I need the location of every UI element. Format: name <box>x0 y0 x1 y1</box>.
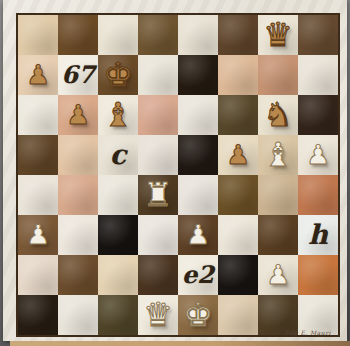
square-a6[interactable] <box>18 95 58 135</box>
square-d7[interactable] <box>138 55 178 95</box>
white-pawn[interactable]: ♟ <box>306 135 330 175</box>
wood-king[interactable]: ♚ <box>103 55 133 95</box>
wood-pawn[interactable]: ♟ <box>226 135 250 175</box>
square-d2[interactable] <box>138 255 178 295</box>
square-g3[interactable] <box>258 215 298 255</box>
square-f8[interactable] <box>218 15 258 55</box>
chess-painting: ♛♟67♚♟♝♞c♟♝♟♜♟♟he2♟♛♚ Fily E. Mauri <box>3 0 347 341</box>
square-a3[interactable]: ♟ <box>18 215 58 255</box>
square-a2[interactable] <box>18 255 58 295</box>
square-c4[interactable] <box>98 175 138 215</box>
square-f2[interactable] <box>218 255 258 295</box>
square-f1[interactable] <box>218 295 258 335</box>
artist-signature: Fily E. Mauri <box>285 329 331 336</box>
board: ♛♟67♚♟♝♞c♟♝♟♜♟♟he2♟♛♚ <box>16 13 340 337</box>
square-h6[interactable] <box>298 95 338 135</box>
wood-bishop[interactable]: ♝ <box>103 95 133 135</box>
square-b4[interactable] <box>58 175 98 215</box>
square-g7[interactable] <box>258 55 298 95</box>
square-c7[interactable]: ♚ <box>98 55 138 95</box>
white-pawn[interactable]: ♟ <box>186 215 210 255</box>
square-g2[interactable]: ♟ <box>258 255 298 295</box>
square-a1[interactable] <box>18 295 58 335</box>
square-b2[interactable] <box>58 255 98 295</box>
square-e2[interactable]: e2 <box>178 255 218 295</box>
square-g6[interactable]: ♞ <box>258 95 298 135</box>
white-king[interactable]: ♚ <box>183 295 213 335</box>
square-e1[interactable]: ♚ <box>178 295 218 335</box>
square-e6[interactable] <box>178 95 218 135</box>
square-h5[interactable]: ♟ <box>298 135 338 175</box>
square-e4[interactable] <box>178 175 218 215</box>
inscription-e2: e2 <box>182 255 214 295</box>
square-f4[interactable] <box>218 175 258 215</box>
square-a5[interactable] <box>18 135 58 175</box>
square-h2[interactable] <box>298 255 338 295</box>
square-b8[interactable] <box>58 15 98 55</box>
square-a4[interactable] <box>18 175 58 215</box>
square-g5[interactable]: ♝ <box>258 135 298 175</box>
square-d8[interactable] <box>138 15 178 55</box>
square-d6[interactable] <box>138 95 178 135</box>
square-b3[interactable] <box>58 215 98 255</box>
square-f7[interactable] <box>218 55 258 95</box>
square-d5[interactable] <box>138 135 178 175</box>
square-e3[interactable]: ♟ <box>178 215 218 255</box>
square-d3[interactable] <box>138 215 178 255</box>
photo-background: ♛♟67♚♟♝♞c♟♝♟♜♟♟he2♟♛♚ Fily E. Mauri <box>0 0 350 346</box>
square-d4[interactable]: ♜ <box>138 175 178 215</box>
square-b6[interactable]: ♟ <box>58 95 98 135</box>
square-a8[interactable] <box>18 15 58 55</box>
square-c2[interactable] <box>98 255 138 295</box>
wood-queen[interactable]: ♛ <box>263 15 293 55</box>
shelf-ledge <box>10 341 350 346</box>
square-e8[interactable] <box>178 15 218 55</box>
square-c5[interactable]: c <box>98 135 138 175</box>
square-c6[interactable]: ♝ <box>98 95 138 135</box>
inscription-c: c <box>110 135 126 175</box>
square-f5[interactable]: ♟ <box>218 135 258 175</box>
square-e5[interactable] <box>178 135 218 175</box>
square-f3[interactable] <box>218 215 258 255</box>
wood-pawn[interactable]: ♟ <box>66 95 90 135</box>
square-f6[interactable] <box>218 95 258 135</box>
square-h4[interactable] <box>298 175 338 215</box>
square-h8[interactable] <box>298 15 338 55</box>
square-b7[interactable]: 67 <box>58 55 98 95</box>
white-bishop[interactable]: ♝ <box>263 135 293 175</box>
wood-knight[interactable]: ♞ <box>263 95 293 135</box>
square-b1[interactable] <box>58 295 98 335</box>
white-rook[interactable]: ♜ <box>143 175 173 215</box>
square-c1[interactable] <box>98 295 138 335</box>
square-g4[interactable] <box>258 175 298 215</box>
square-e7[interactable] <box>178 55 218 95</box>
square-g8[interactable]: ♛ <box>258 15 298 55</box>
square-h7[interactable] <box>298 55 338 95</box>
wood-pawn[interactable]: ♟ <box>26 55 50 95</box>
square-b5[interactable] <box>58 135 98 175</box>
square-c3[interactable] <box>98 215 138 255</box>
square-a7[interactable]: ♟ <box>18 55 58 95</box>
white-queen[interactable]: ♛ <box>143 295 173 335</box>
inscription-h: h <box>308 215 328 255</box>
white-pawn[interactable]: ♟ <box>26 215 50 255</box>
square-d1[interactable]: ♛ <box>138 295 178 335</box>
white-pawn[interactable]: ♟ <box>266 255 290 295</box>
inscription-67: 67 <box>61 55 94 95</box>
square-h3[interactable]: h <box>298 215 338 255</box>
square-c8[interactable] <box>98 15 138 55</box>
